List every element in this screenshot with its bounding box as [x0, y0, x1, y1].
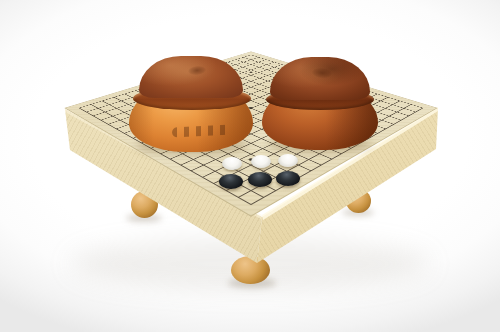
- black-stone: [276, 171, 300, 186]
- photo-scene: [0, 0, 500, 332]
- white-stone: [222, 157, 242, 170]
- black-stone: [248, 172, 272, 187]
- white-stone: [278, 154, 298, 167]
- black-stone: [219, 174, 243, 189]
- white-stone: [251, 155, 271, 168]
- go-board-top: [64, 51, 437, 216]
- board-leg-front: [231, 256, 270, 284]
- bowl-right-lid-dome: [270, 57, 370, 100]
